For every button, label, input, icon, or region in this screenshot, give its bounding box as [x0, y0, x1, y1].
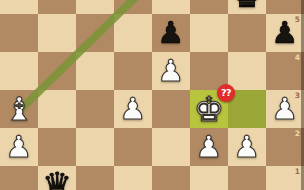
chess-board: ♚♟♟♟♝♟♚♟♟♟♟♛ 54321 ?? — [0, 0, 304, 190]
square-e6[interactable] — [152, 0, 190, 14]
black-pawn-glyph: ♟ — [158, 14, 185, 52]
white-bishop-glyph: ♝ — [5, 90, 34, 128]
rank-label-4: 4 — [295, 54, 300, 62]
screen-edge-shade — [301, 0, 304, 190]
white-pawn-glyph: ♟ — [6, 128, 33, 166]
blunder-badge-text: ?? — [221, 88, 231, 98]
white-pawn-glyph: ♟ — [196, 128, 223, 166]
board-grid: ♚♟♟♟♝♟♚♟♟♟♟♛ 54321 — [0, 0, 304, 190]
square-d1[interactable] — [114, 166, 152, 190]
white-pawn-glyph: ♟ — [120, 90, 147, 128]
square-a1[interactable] — [0, 166, 38, 190]
square-b4[interactable] — [38, 52, 76, 90]
white-pawn-glyph: ♟ — [272, 90, 299, 128]
square-c5[interactable] — [76, 14, 114, 52]
square-e1[interactable] — [152, 166, 190, 190]
square-g5[interactable] — [228, 14, 266, 52]
black-queen-glyph: ♛ — [42, 166, 72, 190]
square-b2[interactable] — [38, 128, 76, 166]
piece-black-queen-b1[interactable]: ♛ — [38, 166, 76, 190]
white-pawn-glyph: ♟ — [158, 52, 185, 90]
black-king-glyph: ♚ — [232, 0, 262, 14]
square-a4[interactable] — [0, 52, 38, 90]
square-d4[interactable] — [114, 52, 152, 90]
square-b3[interactable] — [38, 90, 76, 128]
square-a5[interactable] — [0, 14, 38, 52]
square-f6[interactable] — [190, 0, 228, 14]
square-c3[interactable] — [76, 90, 114, 128]
piece-white-bishop-a3[interactable]: ♝ — [0, 90, 38, 128]
white-pawn-glyph: ♟ — [234, 128, 261, 166]
piece-black-pawn-h5[interactable]: ♟ — [266, 14, 304, 52]
square-c4[interactable] — [76, 52, 114, 90]
square-d6[interactable] — [114, 0, 152, 14]
piece-white-pawn-a2[interactable]: ♟ — [0, 128, 38, 166]
square-c6[interactable] — [76, 0, 114, 14]
square-f5[interactable] — [190, 14, 228, 52]
square-d5[interactable] — [114, 14, 152, 52]
piece-white-pawn-h3[interactable]: ♟ — [266, 90, 304, 128]
square-h6[interactable] — [266, 0, 304, 14]
square-d2[interactable] — [114, 128, 152, 166]
piece-white-pawn-f2[interactable]: ♟ — [190, 128, 228, 166]
square-f1[interactable] — [190, 166, 228, 190]
piece-white-pawn-d3[interactable]: ♟ — [114, 90, 152, 128]
square-c1[interactable] — [76, 166, 114, 190]
blunder-badge: ?? — [217, 84, 235, 102]
rank-label-1: 1 — [295, 168, 300, 176]
square-g1[interactable] — [228, 166, 266, 190]
piece-black-king-g6[interactable]: ♚ — [228, 0, 266, 14]
square-b6[interactable] — [38, 0, 76, 14]
square-c2[interactable] — [76, 128, 114, 166]
square-g4[interactable] — [228, 52, 266, 90]
piece-black-pawn-e5[interactable]: ♟ — [152, 14, 190, 52]
black-pawn-glyph: ♟ — [272, 14, 299, 52]
square-e2[interactable] — [152, 128, 190, 166]
square-a6[interactable] — [0, 0, 38, 14]
square-e3[interactable] — [152, 90, 190, 128]
piece-white-pawn-g2[interactable]: ♟ — [228, 128, 266, 166]
piece-white-pawn-e4[interactable]: ♟ — [152, 52, 190, 90]
rank-label-2: 2 — [295, 130, 300, 138]
square-b5[interactable] — [38, 14, 76, 52]
